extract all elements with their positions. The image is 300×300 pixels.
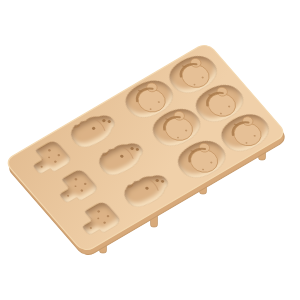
product-photo: Beige silicone ice-cube and chocolate mo… [0,0,300,300]
mold-tray-illustration [0,0,300,300]
